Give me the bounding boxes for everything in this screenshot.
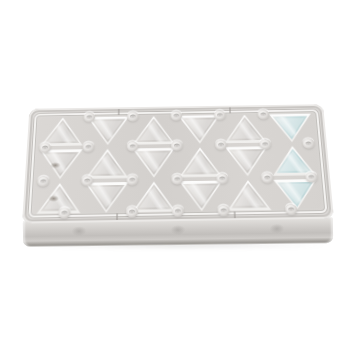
cavity-well <box>136 118 172 143</box>
mold-peg <box>217 205 229 216</box>
cavity-well <box>272 116 310 141</box>
mold-cavity <box>132 115 176 145</box>
cavity-well <box>135 150 172 176</box>
cavity-well <box>274 148 313 174</box>
rim-seam <box>116 213 118 220</box>
mold-peg <box>303 139 315 149</box>
chocolate-mold-tray <box>22 104 334 223</box>
cavity-well <box>227 116 264 141</box>
mold-peg <box>305 172 318 182</box>
front-peg-shadow <box>270 224 285 234</box>
mold-cavity <box>131 147 176 178</box>
cavity-well <box>182 183 220 210</box>
cavity-speck <box>50 162 61 169</box>
cavity-well <box>276 181 316 208</box>
mold-peg <box>126 207 138 218</box>
mold-cavity <box>84 148 129 179</box>
mold-peg <box>285 204 298 215</box>
mold-cavity <box>178 147 223 178</box>
rim-seam <box>117 109 119 115</box>
cavity-well <box>87 184 125 211</box>
product-photo <box>0 0 350 350</box>
mold-peg <box>259 140 271 150</box>
mold-cavity-grid <box>36 113 321 215</box>
cavity-well <box>182 149 220 175</box>
mold-peg <box>58 208 70 219</box>
mold-peg <box>172 206 184 217</box>
mold-cavity <box>131 181 177 213</box>
mold-peg <box>216 173 228 183</box>
cavity-well <box>89 118 126 143</box>
mold-cavity <box>39 117 84 147</box>
cavity-well <box>88 151 125 177</box>
mold-cavity <box>225 179 272 211</box>
cavity-well <box>43 119 80 144</box>
rim-seam <box>234 211 236 218</box>
mold-cavity <box>83 181 129 213</box>
rim-seam <box>229 107 231 113</box>
cavity-well <box>135 184 173 211</box>
cavity-well <box>228 149 266 175</box>
cavity-well <box>181 117 218 142</box>
front-peg-shadow <box>71 226 86 236</box>
cavity-well <box>229 182 268 209</box>
front-peg-shadow <box>170 225 185 235</box>
mold-peg <box>261 173 273 183</box>
mold-peg <box>257 110 269 120</box>
